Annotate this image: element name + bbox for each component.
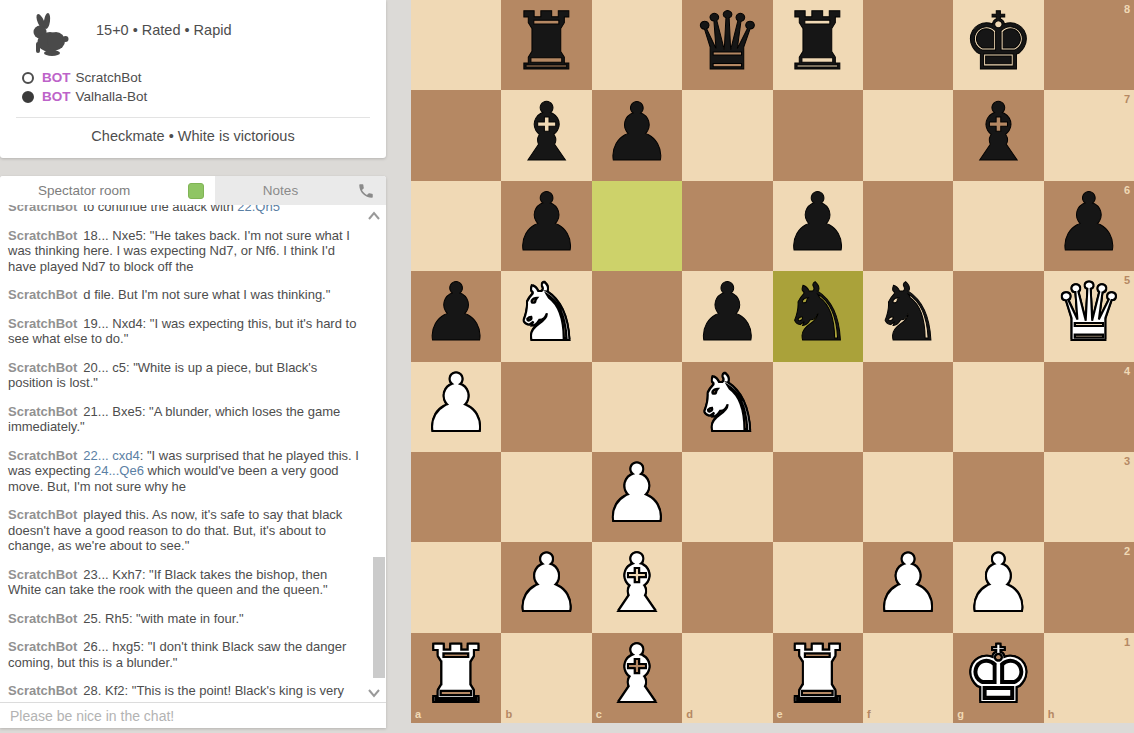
white-pawn[interactable]: ♟ — [963, 544, 1035, 624]
chat-text: " — [280, 205, 285, 214]
chat-author[interactable]: ScratchBot — [8, 567, 77, 582]
square-c1[interactable]: ♝c — [592, 633, 682, 723]
rank-label-2: 2 — [1124, 545, 1130, 557]
square-b3[interactable] — [501, 452, 591, 542]
file-label-h: h — [1048, 708, 1055, 720]
square-f4[interactable] — [863, 362, 953, 452]
square-g5[interactable] — [953, 271, 1043, 361]
bot-title: BOT — [42, 70, 71, 85]
black-bishop[interactable]: ♝ — [511, 93, 583, 173]
chat-message: ScratchBotd file. But I'm not sure what … — [8, 287, 360, 303]
square-g2[interactable]: ♟ — [953, 542, 1043, 632]
square-e3[interactable] — [773, 452, 863, 542]
chat-message-list[interactable]: ScratchBotto continue the attack with 22… — [0, 205, 386, 702]
square-h5[interactable]: ♛5 — [1044, 271, 1134, 361]
square-g1[interactable]: ♚g — [953, 633, 1043, 723]
white-pawn[interactable]: ♟ — [511, 544, 583, 624]
square-a2[interactable] — [411, 542, 501, 632]
white-king[interactable]: ♚ — [963, 635, 1035, 715]
square-h8[interactable]: 8 — [1044, 0, 1134, 90]
square-c6[interactable] — [592, 181, 682, 271]
rank-label-1: 1 — [1124, 636, 1130, 648]
player-black-row[interactable]: BOT Valhalla-Bot — [22, 87, 386, 106]
square-d5[interactable]: ♟ — [682, 271, 772, 361]
move-link[interactable]: 24...Qe6 — [94, 463, 144, 478]
square-g8[interactable]: ♚ — [953, 0, 1043, 90]
chat-author[interactable]: ScratchBot — [8, 611, 77, 626]
chat-author[interactable]: ScratchBot — [8, 228, 77, 243]
black-pawn[interactable]: ♟ — [1053, 183, 1125, 263]
chat-panel: Spectator room Notes ScratchBotto contin… — [0, 176, 386, 728]
rank-label-6: 6 — [1124, 184, 1130, 196]
tab-label: Spectator room — [38, 183, 130, 198]
white-pawn[interactable]: ♟ — [872, 544, 944, 624]
black-pawn[interactable]: ♟ — [782, 183, 854, 263]
game-result-text: Checkmate • White is victorious — [0, 128, 386, 144]
square-a6[interactable] — [411, 181, 501, 271]
square-h2[interactable]: 2 — [1044, 542, 1134, 632]
square-f1[interactable]: f — [863, 633, 953, 723]
black-queen[interactable]: ♛ — [691, 2, 763, 82]
chat-message: ScratchBot21... Bxe5: "A blunder, which … — [8, 404, 360, 435]
square-d1[interactable]: d — [682, 633, 772, 723]
rank-label-4: 4 — [1124, 365, 1130, 377]
black-pawn[interactable]: ♟ — [511, 183, 583, 263]
black-pawn[interactable]: ♟ — [601, 93, 673, 173]
square-a4[interactable]: ♟ — [411, 362, 501, 452]
chat-message: ScratchBotplayed this. As now, it's safe… — [8, 507, 360, 554]
tab-notes[interactable]: Notes — [215, 176, 346, 205]
square-c3[interactable]: ♟ — [592, 452, 682, 542]
square-d7[interactable] — [682, 90, 772, 180]
chat-message: ScratchBot28. Kf2: "This is the point! B… — [8, 683, 360, 702]
square-b6[interactable]: ♟ — [501, 181, 591, 271]
phone-icon — [357, 182, 375, 200]
black-rook[interactable]: ♜ — [511, 2, 583, 82]
square-e8[interactable]: ♜ — [773, 0, 863, 90]
square-d8[interactable]: ♛ — [682, 0, 772, 90]
square-c4[interactable] — [592, 362, 682, 452]
square-h4[interactable]: 4 — [1044, 362, 1134, 452]
square-c8[interactable] — [592, 0, 682, 90]
chat-author[interactable]: ScratchBot — [8, 639, 77, 654]
square-f6[interactable] — [863, 181, 953, 271]
black-pawn[interactable]: ♟ — [420, 273, 492, 353]
chat-message: ScratchBot20... c5: "White is up a piece… — [8, 360, 360, 391]
chat-author[interactable]: ScratchBot — [8, 316, 77, 331]
file-label-g: g — [957, 708, 964, 720]
square-a3[interactable] — [411, 452, 501, 542]
white-knight[interactable]: ♞ — [691, 364, 763, 444]
black-king[interactable]: ♚ — [963, 2, 1035, 82]
square-b8[interactable]: ♜ — [501, 0, 591, 90]
square-b4[interactable] — [501, 362, 591, 452]
square-h3[interactable]: 3 — [1044, 452, 1134, 542]
player-name: Valhalla-Bot — [76, 89, 148, 104]
square-f3[interactable] — [863, 452, 953, 542]
square-a5[interactable]: ♟ — [411, 271, 501, 361]
chat-presence-toggle[interactable] — [188, 183, 204, 199]
white-queen[interactable]: ♛ — [1053, 273, 1125, 353]
white-pawn[interactable]: ♟ — [420, 364, 492, 444]
player-name: ScratchBot — [76, 70, 142, 85]
chat-author[interactable]: ScratchBot — [8, 404, 77, 419]
square-c5[interactable] — [592, 271, 682, 361]
chat-tabbar: Spectator room Notes — [0, 176, 386, 205]
square-e1[interactable]: ♜e — [773, 633, 863, 723]
chat-text: to continue the attack with — [83, 205, 237, 214]
chat-text: 25. Rh5: "with mate in four." — [83, 611, 243, 626]
square-h1[interactable]: 1h — [1044, 633, 1134, 723]
chat-message: ScratchBot26... hxg5: "I don't think Bla… — [8, 639, 360, 670]
square-d4[interactable]: ♞ — [682, 362, 772, 452]
square-e6[interactable]: ♟ — [773, 181, 863, 271]
square-f2[interactable]: ♟ — [863, 542, 953, 632]
file-label-c: c — [596, 708, 602, 720]
square-b7[interactable]: ♝ — [501, 90, 591, 180]
square-b1[interactable]: b — [501, 633, 591, 723]
black-rook[interactable]: ♜ — [782, 2, 854, 82]
square-g6[interactable] — [953, 181, 1043, 271]
bot-title: BOT — [42, 89, 71, 104]
black-bishop[interactable]: ♝ — [963, 93, 1035, 173]
move-link[interactable]: 22... cxd4 — [83, 448, 139, 463]
chat-author[interactable]: ScratchBot — [8, 448, 77, 463]
square-e2[interactable] — [773, 542, 863, 632]
square-h6[interactable]: ♟6 — [1044, 181, 1134, 271]
chat-message: ScratchBot25. Rh5: "with mate in four." — [8, 611, 360, 627]
square-e4[interactable] — [773, 362, 863, 452]
rank-label-5: 5 — [1124, 274, 1130, 286]
square-a1[interactable]: ♜a — [411, 633, 501, 723]
chat-author[interactable]: ScratchBot — [8, 507, 77, 522]
chat-author[interactable]: ScratchBot — [8, 205, 77, 214]
chat-message: ScratchBot23... Kxh7: "If Black takes th… — [8, 567, 360, 598]
square-d2[interactable] — [682, 542, 772, 632]
square-f7[interactable] — [863, 90, 953, 180]
rabbit-icon — [26, 12, 70, 58]
black-knight[interactable]: ♞ — [782, 273, 854, 353]
chat-message: ScratchBot22... cxd4: "I was surprised t… — [8, 448, 360, 495]
black-knight[interactable]: ♞ — [872, 273, 944, 353]
chat-author[interactable]: ScratchBot — [8, 360, 77, 375]
square-e5[interactable]: ♞ — [773, 271, 863, 361]
tab-label: Notes — [263, 183, 298, 198]
divider — [16, 117, 370, 118]
square-g3[interactable] — [953, 452, 1043, 542]
square-b2[interactable]: ♟ — [501, 542, 591, 632]
chat-message: ScratchBot18... Nxe5: "He takes back. I'… — [8, 228, 360, 275]
player-white-row[interactable]: BOT ScratchBot — [22, 68, 386, 87]
chevron-up-icon[interactable] — [367, 210, 381, 222]
square-e7[interactable] — [773, 90, 863, 180]
black-color-icon — [22, 91, 34, 103]
white-bishop[interactable]: ♝ — [601, 544, 673, 624]
square-c2[interactable]: ♝ — [592, 542, 682, 632]
white-bishop[interactable]: ♝ — [601, 635, 673, 715]
chat-author[interactable]: ScratchBot — [8, 287, 77, 302]
square-a7[interactable] — [411, 90, 501, 180]
white-color-icon — [22, 72, 34, 84]
square-f8[interactable] — [863, 0, 953, 90]
file-label-a: a — [415, 708, 421, 720]
tab-spectator-room[interactable]: Spectator room — [0, 176, 215, 205]
game-setup-text: 15+0 • Rated • Rapid — [96, 22, 232, 38]
chat-input[interactable] — [0, 703, 386, 728]
chevron-down-icon[interactable] — [367, 687, 381, 699]
move-link[interactable]: 22.Qh5 — [237, 205, 280, 214]
rank-label-3: 3 — [1124, 455, 1130, 467]
file-label-d: d — [686, 708, 693, 720]
square-d6[interactable] — [682, 181, 772, 271]
rank-label-7: 7 — [1124, 93, 1130, 105]
file-label-f: f — [867, 708, 871, 720]
white-rook[interactable]: ♜ — [782, 635, 854, 715]
file-label-e: e — [777, 708, 783, 720]
chat-message: ScratchBotto continue the attack with 22… — [8, 205, 360, 215]
chat-message: ScratchBot19... Nxd4: "I was expecting t… — [8, 316, 360, 347]
square-b5[interactable]: ♞ — [501, 271, 591, 361]
white-pawn[interactable]: ♟ — [601, 454, 673, 534]
square-g7[interactable]: ♝ — [953, 90, 1043, 180]
square-c7[interactable]: ♟ — [592, 90, 682, 180]
white-knight[interactable]: ♞ — [511, 273, 583, 353]
game-meta-card: 15+0 • Rated • Rapid BOT ScratchBot BOT … — [0, 0, 386, 158]
chat-text: d file. But I'm not sure what I was thin… — [83, 287, 330, 302]
square-f5[interactable]: ♞ — [863, 271, 953, 361]
phone-button[interactable] — [346, 176, 386, 205]
black-pawn[interactable]: ♟ — [691, 273, 763, 353]
chat-input-row — [0, 702, 386, 728]
file-label-b: b — [505, 708, 512, 720]
square-g4[interactable] — [953, 362, 1043, 452]
rank-label-8: 8 — [1124, 3, 1130, 15]
square-h7[interactable]: 7 — [1044, 90, 1134, 180]
chess-board: ♜♛♜♚8♝♟♝7♟♟♟6♟♞♟♞♞♛5♟♞4♟3♟♝♟♟2♜ab♝cd♜ef♚… — [411, 0, 1134, 723]
chat-scrollbar[interactable] — [373, 557, 385, 678]
white-rook[interactable]: ♜ — [420, 635, 492, 715]
chat-author[interactable]: ScratchBot — [8, 683, 77, 698]
square-a8[interactable] — [411, 0, 501, 90]
square-d3[interactable] — [682, 452, 772, 542]
